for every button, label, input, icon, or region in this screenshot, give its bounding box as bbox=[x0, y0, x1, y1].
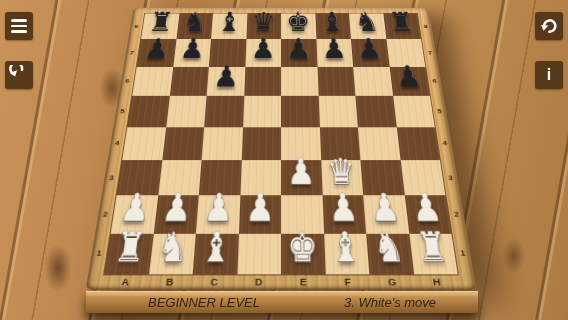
square-h5[interactable] bbox=[393, 96, 435, 127]
piece-black-pawn-a7[interactable]: ♟ bbox=[143, 35, 171, 63]
square-b7[interactable]: ♟ bbox=[173, 39, 211, 66]
square-g4[interactable] bbox=[358, 127, 400, 160]
piece-black-pawn-e7[interactable]: ♟ bbox=[286, 35, 311, 63]
move-indicator: 3. White's move bbox=[344, 295, 436, 310]
coord-label-h: H bbox=[414, 274, 461, 290]
square-d1[interactable] bbox=[237, 233, 281, 274]
square-h6[interactable]: ♟ bbox=[389, 67, 430, 96]
rotate-board-icon bbox=[539, 16, 559, 36]
piece-white-knight-g1[interactable]: ♞ bbox=[372, 227, 406, 268]
square-e1[interactable]: ♚ bbox=[281, 233, 325, 274]
square-g5[interactable] bbox=[355, 96, 396, 127]
piece-white-pawn-h2[interactable]: ♟ bbox=[410, 190, 444, 228]
piece-white-bishop-f1[interactable]: ♝ bbox=[330, 227, 363, 268]
info-button[interactable]: i bbox=[535, 61, 563, 89]
square-e6[interactable] bbox=[281, 67, 318, 96]
square-e3[interactable]: ♟ bbox=[281, 160, 322, 195]
menu-button[interactable] bbox=[5, 12, 33, 40]
square-e5[interactable] bbox=[281, 96, 319, 127]
piece-black-knight-b8[interactable]: ♞ bbox=[182, 10, 209, 36]
square-c6[interactable]: ♟ bbox=[207, 67, 245, 96]
piece-white-pawn-f2[interactable]: ♟ bbox=[328, 190, 359, 228]
piece-white-pawn-c2[interactable]: ♟ bbox=[203, 190, 234, 228]
square-a6[interactable] bbox=[132, 67, 173, 96]
piece-black-king-e8[interactable]: ♚ bbox=[286, 10, 311, 36]
square-d2[interactable]: ♟ bbox=[238, 195, 281, 233]
square-d7[interactable]: ♟ bbox=[245, 39, 281, 66]
piece-white-pawn-g2[interactable]: ♟ bbox=[369, 190, 402, 228]
square-a5[interactable] bbox=[127, 96, 169, 127]
piece-black-pawn-g7[interactable]: ♟ bbox=[356, 35, 383, 63]
piece-white-pawn-d2[interactable]: ♟ bbox=[245, 190, 275, 228]
file-labels-bottom: ABCDEFGH bbox=[102, 274, 460, 290]
undo-rotate-icon bbox=[9, 65, 29, 85]
square-e7[interactable]: ♟ bbox=[281, 39, 317, 66]
chess-board: ♜♞♝♛♚♝♞♜♟♟♟♟♟♟♟♟♟♛♟♟♟♟♟♟♟♜♞♝♚♝♞♜ bbox=[104, 14, 457, 275]
piece-black-pawn-c6[interactable]: ♟ bbox=[212, 62, 239, 91]
board-front-edge: BEGINNER LEVEL 3. White's move bbox=[86, 291, 478, 313]
square-c8[interactable]: ♝ bbox=[211, 14, 247, 40]
square-b1[interactable]: ♞ bbox=[148, 233, 195, 274]
level-label: BEGINNER LEVEL bbox=[148, 295, 260, 310]
piece-black-bishop-f8[interactable]: ♝ bbox=[320, 10, 346, 36]
piece-white-rook-a1[interactable]: ♜ bbox=[112, 227, 148, 268]
square-a7[interactable]: ♟ bbox=[137, 39, 176, 66]
piece-white-pawn-b2[interactable]: ♟ bbox=[160, 190, 193, 228]
square-f1[interactable]: ♝ bbox=[324, 233, 370, 274]
rotate-board-button[interactable] bbox=[535, 12, 563, 40]
info-icon: i bbox=[547, 67, 551, 83]
coord-label-g: G bbox=[369, 274, 415, 290]
square-c4[interactable] bbox=[202, 127, 243, 160]
coord-label-b: B bbox=[147, 274, 193, 290]
square-a4[interactable] bbox=[122, 127, 166, 160]
piece-black-bishop-c8[interactable]: ♝ bbox=[217, 10, 243, 36]
square-b4[interactable] bbox=[162, 127, 204, 160]
square-h8[interactable]: ♜ bbox=[383, 14, 421, 40]
square-g1[interactable]: ♞ bbox=[366, 233, 413, 274]
piece-white-king-e1[interactable]: ♚ bbox=[287, 227, 318, 268]
square-f6[interactable] bbox=[317, 67, 355, 96]
square-h4[interactable] bbox=[396, 127, 440, 160]
piece-white-pawn-e3[interactable]: ♟ bbox=[287, 155, 316, 191]
coord-label-a: A bbox=[102, 274, 149, 290]
square-f7[interactable]: ♟ bbox=[316, 39, 353, 66]
undo-button[interactable] bbox=[5, 61, 33, 89]
square-h1[interactable]: ♜ bbox=[409, 233, 458, 274]
square-g6[interactable] bbox=[353, 67, 392, 96]
piece-black-queen-d8[interactable]: ♛ bbox=[251, 10, 276, 36]
piece-black-pawn-d7[interactable]: ♟ bbox=[250, 35, 275, 63]
piece-black-pawn-h6[interactable]: ♟ bbox=[394, 62, 423, 91]
coord-label-d: D bbox=[236, 274, 281, 290]
square-b5[interactable] bbox=[166, 96, 207, 127]
piece-black-rook-h8[interactable]: ♜ bbox=[388, 10, 416, 36]
piece-black-rook-a8[interactable]: ♜ bbox=[147, 10, 175, 36]
hamburger-menu-icon bbox=[11, 19, 27, 33]
square-c5[interactable] bbox=[204, 96, 244, 127]
square-g7[interactable]: ♟ bbox=[351, 39, 389, 66]
coord-label-f: F bbox=[325, 274, 370, 290]
piece-white-knight-b1[interactable]: ♞ bbox=[156, 227, 190, 268]
piece-white-pawn-a2[interactable]: ♟ bbox=[118, 190, 152, 228]
chess-board-assembly: 87654321 87654321 ABCDEFGH ♜♞♝♛♚♝♞♜♟♟♟♟♟… bbox=[86, 8, 477, 290]
piece-white-rook-h1[interactable]: ♜ bbox=[414, 227, 450, 268]
piece-white-bishop-c1[interactable]: ♝ bbox=[200, 227, 233, 268]
square-d4[interactable] bbox=[241, 127, 281, 160]
coord-label-e: E bbox=[281, 274, 326, 290]
piece-black-pawn-f7[interactable]: ♟ bbox=[321, 35, 347, 63]
square-d5[interactable] bbox=[243, 96, 281, 127]
piece-black-knight-g8[interactable]: ♞ bbox=[354, 10, 381, 36]
square-c1[interactable]: ♝ bbox=[193, 233, 239, 274]
square-d6[interactable] bbox=[244, 67, 281, 96]
square-a1[interactable]: ♜ bbox=[104, 233, 153, 274]
square-b6[interactable] bbox=[169, 67, 208, 96]
square-f5[interactable] bbox=[318, 96, 358, 127]
coord-label-c: C bbox=[191, 274, 236, 290]
piece-black-pawn-b7[interactable]: ♟ bbox=[179, 35, 206, 63]
